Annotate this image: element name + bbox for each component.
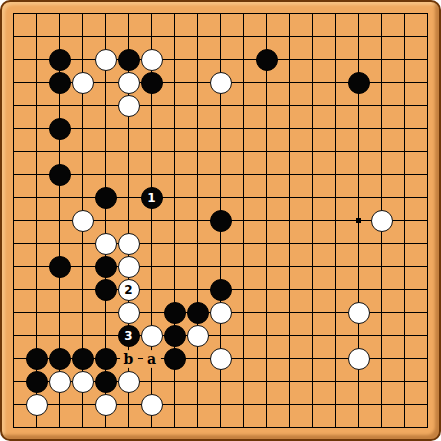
grid-line-vertical: [289, 13, 290, 428]
black-stone: [210, 279, 232, 301]
white-stone: [141, 325, 163, 347]
goban[interactable]: 123ba: [2, 2, 439, 439]
black-stone: [348, 72, 370, 94]
white-stone: [95, 49, 117, 71]
black-stone: [95, 256, 117, 278]
black-stone: [49, 164, 71, 186]
grid-line-vertical: [427, 13, 428, 428]
white-stone: [72, 210, 94, 232]
white-stone: [118, 256, 140, 278]
white-stone: [118, 302, 140, 324]
move-3-stone: 3: [118, 325, 140, 347]
white-stone: [118, 371, 140, 393]
black-stone: [118, 49, 140, 71]
white-stone: [26, 394, 48, 416]
point-label-b: b: [120, 350, 138, 368]
white-stone: [72, 72, 94, 94]
black-stone: [95, 348, 117, 370]
black-stone: [49, 118, 71, 140]
point-label-a: a: [143, 350, 161, 368]
move-2-stone: 2: [118, 279, 140, 301]
black-stone: [26, 371, 48, 393]
black-stone: [72, 348, 94, 370]
black-stone: [26, 348, 48, 370]
grid-line-horizontal: [13, 427, 428, 428]
white-stone: [118, 233, 140, 255]
black-stone: [49, 72, 71, 94]
white-stone: [49, 371, 71, 393]
grid-line-vertical: [404, 13, 405, 428]
white-stone: [371, 210, 393, 232]
white-stone: [210, 348, 232, 370]
grid-line-vertical: [243, 13, 244, 428]
white-stone: [348, 302, 370, 324]
grid-line-vertical: [266, 13, 267, 428]
star-point: [356, 218, 361, 223]
white-stone: [95, 394, 117, 416]
white-stone: [210, 72, 232, 94]
go-diagram: 123ba: [0, 0, 441, 441]
white-stone: [118, 72, 140, 94]
grid-line-horizontal: [13, 335, 428, 336]
white-stone: [187, 325, 209, 347]
grid-line-vertical: [312, 13, 313, 428]
white-stone: [95, 233, 117, 255]
grid-line-horizontal: [13, 243, 428, 244]
black-stone: [95, 371, 117, 393]
black-stone: [95, 187, 117, 209]
white-stone: [141, 49, 163, 71]
black-stone: [141, 72, 163, 94]
grid-line-vertical: [335, 13, 336, 428]
white-stone: [141, 394, 163, 416]
black-stone: [49, 49, 71, 71]
white-stone: [72, 371, 94, 393]
black-stone: [210, 210, 232, 232]
black-stone: [187, 302, 209, 324]
grid-line-horizontal: [13, 266, 428, 267]
white-stone: [210, 302, 232, 324]
black-stone: [49, 256, 71, 278]
black-stone: [164, 348, 186, 370]
black-stone: [164, 325, 186, 347]
white-stone: [348, 348, 370, 370]
black-stone: [95, 279, 117, 301]
white-stone: [118, 95, 140, 117]
move-1-stone: 1: [141, 187, 163, 209]
black-stone: [49, 348, 71, 370]
black-stone: [256, 49, 278, 71]
black-stone: [164, 302, 186, 324]
grid-line-horizontal: [13, 404, 428, 405]
